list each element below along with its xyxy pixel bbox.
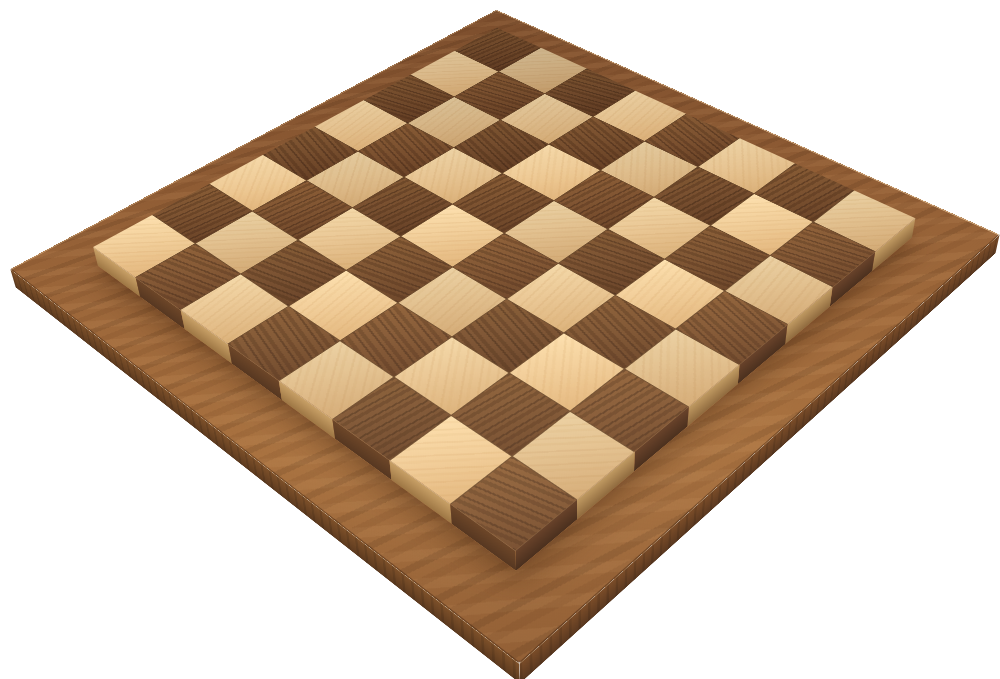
square-r7c4-light[interactable] — [290, 271, 397, 340]
square-r3c7-dark[interactable] — [665, 226, 769, 291]
square-r4c7-light[interactable] — [616, 260, 723, 329]
square-r6c6-dark[interactable] — [453, 299, 563, 372]
square-r7c3-dark[interactable] — [242, 240, 346, 305]
chess-board — [10, 10, 999, 664]
playing-surface — [93, 28, 915, 551]
square-r7c6-light[interactable] — [395, 337, 509, 415]
square-r7c5-dark[interactable] — [341, 303, 451, 376]
square-r5c7-dark[interactable] — [565, 295, 675, 368]
checker-grid — [93, 28, 915, 551]
square-r6c5-light[interactable] — [398, 267, 505, 336]
square-r5c6-light[interactable] — [507, 263, 614, 332]
square-r6c7-light[interactable] — [510, 333, 624, 410]
square-r4c6-dark[interactable] — [559, 230, 663, 295]
product-photo — [0, 0, 1000, 679]
camera-stage — [0, 0, 1000, 679]
square-r5c5-dark[interactable] — [453, 233, 557, 298]
square-r7c7-dark[interactable] — [452, 373, 569, 455]
board-base — [10, 10, 999, 664]
square-r6c4-dark[interactable] — [347, 237, 451, 302]
